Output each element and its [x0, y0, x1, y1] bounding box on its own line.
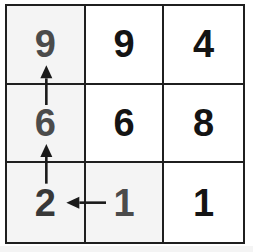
puzzle-board: 994668211: [5, 4, 245, 244]
cell-r1c2: 8: [164, 85, 243, 164]
cell-r2c2: 1: [164, 163, 243, 242]
cell-r2c0: 2: [7, 163, 86, 242]
cell-r0c0: 9: [7, 6, 86, 85]
cell-r2c1: 1: [86, 163, 165, 242]
cell-r1c1: 6: [86, 85, 165, 164]
cell-r0c1: 9: [86, 6, 165, 85]
page-bottom-strip: [0, 246, 253, 252]
cell-r1c0: 6: [7, 85, 86, 164]
cell-r0c2: 4: [164, 6, 243, 85]
